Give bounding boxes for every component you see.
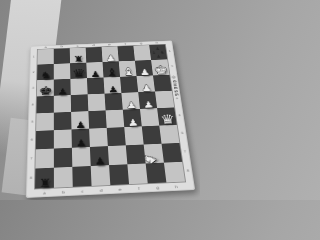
square-g7[interactable] <box>54 63 71 79</box>
square-e5[interactable] <box>88 94 106 112</box>
file-label: f <box>129 187 148 191</box>
piece-bP-c6[interactable]: ♟ <box>75 138 86 148</box>
file-label: a <box>35 191 54 195</box>
square-a5[interactable] <box>91 165 111 186</box>
square-a3[interactable] <box>127 163 147 184</box>
square-c2[interactable] <box>142 126 162 145</box>
piece-wK-g1[interactable]: ♚ <box>153 64 168 76</box>
square-h1[interactable]: ♟♞♟♝ <box>149 45 167 60</box>
file-label: b <box>54 190 73 194</box>
rank-label: 1 <box>166 44 174 59</box>
rank-label: 4 <box>29 97 36 114</box>
square-b7[interactable] <box>54 148 72 168</box>
square-h8[interactable] <box>37 49 53 65</box>
piece-bR-h6[interactable]: ♜ <box>73 55 84 64</box>
square-c8[interactable] <box>36 130 54 149</box>
square-e4[interactable] <box>105 93 123 110</box>
square-a4[interactable] <box>109 164 129 185</box>
piece-bR-a8[interactable]: ♜ <box>38 177 51 189</box>
square-h7[interactable] <box>54 48 70 64</box>
square-h2[interactable] <box>133 45 151 60</box>
piece-wP-g2[interactable]: ♟ <box>139 68 150 76</box>
square-c1[interactable] <box>159 125 179 144</box>
piece-wP-f2[interactable]: ♟ <box>141 84 152 93</box>
piece-bQ-g6[interactable]: ♛ <box>71 68 85 80</box>
rank-label: 1 <box>31 50 37 65</box>
piece-bP-b5[interactable]: ♟ <box>94 156 106 166</box>
file-label: c <box>73 189 92 193</box>
rank-label: 7 <box>28 149 35 168</box>
piece-bB-g4[interactable]: ♝ <box>105 67 118 77</box>
square-b6[interactable] <box>72 147 91 167</box>
square-d5[interactable] <box>88 110 106 128</box>
piece-bP-g5[interactable]: ♟ <box>90 70 101 79</box>
square-a1[interactable] <box>164 162 185 183</box>
photo-chess-scene: { "game": "chess", "scene": "grayscale o… <box>0 0 200 200</box>
rank-label: 5 <box>29 113 36 131</box>
file-label: d <box>92 189 111 193</box>
piece-bP-f7[interactable]: ♟ <box>57 87 67 96</box>
piece-wB-g3[interactable]: ♝ <box>121 67 134 77</box>
file-label: g <box>148 186 167 190</box>
square-e1[interactable] <box>155 91 174 108</box>
rank-label: 8 <box>27 169 34 189</box>
piece-bP-f4[interactable]: ♟ <box>107 85 118 94</box>
square-f5[interactable] <box>87 77 105 94</box>
square-d4[interactable] <box>106 110 125 128</box>
square-f1[interactable] <box>153 75 172 92</box>
square-f3[interactable] <box>120 76 138 93</box>
brand-logo-icon: ◎ <box>171 74 177 79</box>
emblem-piece-icon: ♟ <box>156 54 161 58</box>
piece-wP-d3[interactable]: ♟ <box>127 118 139 128</box>
piece-wQ-d1[interactable]: ♛ <box>159 113 175 126</box>
emblem-piece-icon: ♝ <box>151 50 156 54</box>
brand-label: CHESS <box>172 80 180 97</box>
square-b1[interactable] <box>162 143 183 163</box>
square-a6[interactable] <box>72 166 91 187</box>
board-logo-emblem: ♟♞♟♝ <box>149 45 167 60</box>
board-frame: abcdefgh abcdefgh 12345678 12345678 ◎ CH… <box>26 40 195 198</box>
square-c7[interactable] <box>54 129 72 148</box>
square-b4[interactable] <box>108 145 128 165</box>
square-d8[interactable] <box>36 113 54 131</box>
file-label: h <box>167 185 186 189</box>
piece-bP-d6[interactable]: ♟ <box>75 120 86 130</box>
square-b8[interactable] <box>35 149 53 169</box>
square-e8[interactable] <box>36 96 53 114</box>
rank-label: 2 <box>30 65 36 81</box>
chess-board: abcdefgh abcdefgh 12345678 12345678 ◎ CH… <box>26 40 195 198</box>
rank-label: 6 <box>28 131 35 150</box>
square-h5[interactable] <box>86 47 103 63</box>
square-c5[interactable] <box>89 128 108 147</box>
piece-bK-f8[interactable]: ♚ <box>38 85 52 97</box>
piece-wP-h4[interactable]: ♟ <box>105 54 115 62</box>
square-a7[interactable] <box>54 167 73 188</box>
square-c3[interactable] <box>124 126 143 145</box>
square-d7[interactable] <box>54 112 72 130</box>
rank-label: 3 <box>30 80 37 97</box>
square-e6[interactable] <box>71 94 89 112</box>
piece-wP-e3[interactable]: ♟ <box>125 101 136 110</box>
square-h3[interactable] <box>117 46 134 62</box>
square-e7[interactable] <box>54 95 71 113</box>
piece-wP-e2[interactable]: ♟ <box>142 100 153 109</box>
square-f6[interactable] <box>70 78 87 95</box>
rank-label: 2 <box>168 59 176 75</box>
piece-bN-g8[interactable]: ♞ <box>40 71 52 81</box>
square-d2[interactable] <box>140 108 159 126</box>
square-c4[interactable] <box>107 127 126 146</box>
file-label: e <box>111 188 130 192</box>
